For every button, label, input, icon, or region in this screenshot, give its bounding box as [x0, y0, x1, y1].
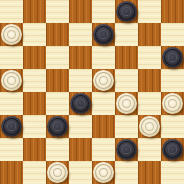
black-man-h2[interactable] — [162, 139, 183, 160]
square-h7 — [161, 23, 184, 46]
square-g5[interactable] — [138, 69, 161, 92]
square-b3 — [23, 115, 46, 138]
square-g8 — [138, 0, 161, 23]
square-h4[interactable] — [161, 92, 184, 115]
square-d2[interactable] — [69, 138, 92, 161]
square-a3[interactable] — [0, 115, 23, 138]
square-g6 — [138, 46, 161, 69]
square-a4 — [0, 92, 23, 115]
square-d3 — [69, 115, 92, 138]
square-e6 — [92, 46, 115, 69]
white-man-e1[interactable] — [93, 162, 114, 183]
square-e5[interactable] — [92, 69, 115, 92]
square-h3 — [161, 115, 184, 138]
square-c1[interactable] — [46, 161, 69, 184]
square-b6[interactable] — [23, 46, 46, 69]
white-man-f4[interactable] — [116, 93, 137, 114]
square-g3[interactable] — [138, 115, 161, 138]
square-g7[interactable] — [138, 23, 161, 46]
square-h8[interactable] — [161, 0, 184, 23]
square-e1[interactable] — [92, 161, 115, 184]
black-man-h6[interactable] — [162, 47, 183, 68]
white-man-g3[interactable] — [139, 116, 160, 137]
square-b4[interactable] — [23, 92, 46, 115]
square-b2[interactable] — [23, 138, 46, 161]
square-c5[interactable] — [46, 69, 69, 92]
square-d7 — [69, 23, 92, 46]
square-c6 — [46, 46, 69, 69]
square-d5 — [69, 69, 92, 92]
white-man-c1[interactable] — [47, 162, 68, 183]
square-a6 — [0, 46, 23, 69]
square-c2 — [46, 138, 69, 161]
square-f6[interactable] — [115, 46, 138, 69]
square-h6[interactable] — [161, 46, 184, 69]
white-man-h4[interactable] — [162, 93, 183, 114]
black-man-a3[interactable] — [1, 116, 22, 137]
square-d6[interactable] — [69, 46, 92, 69]
square-c7[interactable] — [46, 23, 69, 46]
square-a2 — [0, 138, 23, 161]
square-a1[interactable] — [0, 161, 23, 184]
square-f4[interactable] — [115, 92, 138, 115]
black-man-d4[interactable] — [70, 93, 91, 114]
square-f8[interactable] — [115, 0, 138, 23]
square-b7 — [23, 23, 46, 46]
square-a7[interactable] — [0, 23, 23, 46]
square-h5 — [161, 69, 184, 92]
black-man-c3[interactable] — [47, 116, 68, 137]
white-man-a5[interactable] — [1, 70, 22, 91]
square-b5 — [23, 69, 46, 92]
square-g2 — [138, 138, 161, 161]
square-b1 — [23, 161, 46, 184]
black-man-e7[interactable] — [93, 24, 114, 45]
square-a5[interactable] — [0, 69, 23, 92]
square-d8[interactable] — [69, 0, 92, 23]
square-f3 — [115, 115, 138, 138]
square-c3[interactable] — [46, 115, 69, 138]
white-man-e5[interactable] — [93, 70, 114, 91]
square-c8 — [46, 0, 69, 23]
square-f7 — [115, 23, 138, 46]
square-e4 — [92, 92, 115, 115]
square-d1 — [69, 161, 92, 184]
square-e3[interactable] — [92, 115, 115, 138]
square-f5 — [115, 69, 138, 92]
square-h2[interactable] — [161, 138, 184, 161]
square-f1 — [115, 161, 138, 184]
white-man-a7[interactable] — [1, 24, 22, 45]
square-e2 — [92, 138, 115, 161]
square-d4[interactable] — [69, 92, 92, 115]
black-man-f8[interactable] — [116, 1, 137, 22]
square-g1[interactable] — [138, 161, 161, 184]
square-e8 — [92, 0, 115, 23]
square-h1 — [161, 161, 184, 184]
square-b8[interactable] — [23, 0, 46, 23]
black-man-f2[interactable] — [116, 139, 137, 160]
square-a8 — [0, 0, 23, 23]
square-c4 — [46, 92, 69, 115]
checkers-board — [0, 0, 184, 184]
square-f2[interactable] — [115, 138, 138, 161]
square-g4 — [138, 92, 161, 115]
square-e7[interactable] — [92, 23, 115, 46]
